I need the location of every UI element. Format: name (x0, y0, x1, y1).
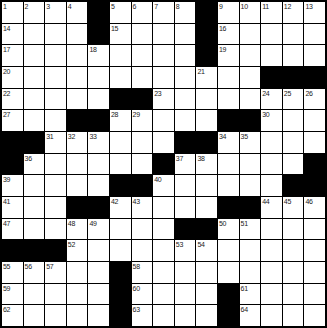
cell-r13c13[interactable] (261, 262, 282, 283)
cell-r4c7[interactable] (132, 67, 153, 88)
cell-r2c9[interactable] (175, 24, 196, 45)
clue-number-13: 13 (305, 2, 312, 11)
cell-r9c8[interactable]: 40 (153, 175, 174, 196)
cell-r15c12[interactable]: 64 (240, 305, 261, 326)
cell-r13c10[interactable] (196, 262, 217, 283)
cell-r14c9[interactable] (175, 284, 196, 305)
cell-r6c2[interactable] (24, 110, 45, 131)
black-square-r14c6 (110, 284, 131, 305)
black-square-r6c12 (240, 110, 261, 131)
cell-r5c12[interactable] (240, 89, 261, 110)
cell-r6c7[interactable]: 29 (132, 110, 153, 131)
cell-r1c7[interactable]: 6 (132, 2, 153, 23)
cell-r10c13[interactable]: 44 (261, 197, 282, 218)
cell-r5c14[interactable]: 25 (283, 89, 304, 110)
cell-r11c12[interactable]: 51 (240, 219, 261, 240)
cell-r15c2[interactable] (24, 305, 45, 326)
cell-r9c5[interactable] (88, 175, 109, 196)
clue-number-38: 38 (197, 154, 204, 163)
cell-r14c10[interactable] (196, 284, 217, 305)
clue-number-51: 51 (241, 219, 248, 228)
black-square-r7c2 (24, 132, 45, 153)
cell-r14c7[interactable]: 60 (132, 284, 153, 305)
cell-r2c4[interactable] (67, 24, 88, 45)
cell-r13c11[interactable] (218, 262, 239, 283)
cell-r7c3[interactable]: 31 (45, 132, 66, 153)
cell-r9c13[interactable] (261, 175, 282, 196)
cell-r15c14[interactable] (283, 305, 304, 326)
cell-r9c10[interactable] (196, 175, 217, 196)
cell-r9c11[interactable] (218, 175, 239, 196)
cell-r15c8[interactable] (153, 305, 174, 326)
clue-number-59: 59 (3, 284, 10, 293)
cell-r15c15[interactable] (304, 305, 325, 326)
cell-r5c1[interactable]: 22 (2, 89, 23, 110)
cell-r9c2[interactable] (24, 175, 45, 196)
cell-r3c9[interactable] (175, 45, 196, 66)
clue-number-62: 62 (3, 305, 10, 314)
clue-number-56: 56 (25, 262, 32, 271)
cell-r6c14[interactable] (283, 110, 304, 131)
clue-number-2: 2 (25, 2, 29, 11)
cell-r6c10[interactable] (196, 110, 217, 131)
cell-r14c5[interactable] (88, 284, 109, 305)
black-square-r7c9 (175, 132, 196, 153)
black-square-r1c5 (88, 2, 109, 23)
cell-r8c2[interactable]: 36 (24, 154, 45, 175)
clue-number-4: 4 (68, 2, 72, 11)
black-square-r14c11 (218, 284, 239, 305)
cell-r15c1[interactable]: 62 (2, 305, 23, 326)
clue-number-32: 32 (68, 132, 75, 141)
cell-r14c8[interactable] (153, 284, 174, 305)
clue-number-30: 30 (262, 110, 269, 119)
clue-number-44: 44 (262, 197, 269, 206)
cell-r13c7[interactable]: 58 (132, 262, 153, 283)
clue-number-36: 36 (25, 154, 32, 163)
cell-r15c10[interactable] (196, 305, 217, 326)
black-square-r2c5 (88, 24, 109, 45)
cell-r10c15[interactable]: 46 (304, 197, 325, 218)
cell-r1c8[interactable]: 7 (153, 2, 174, 23)
clue-number-29: 29 (133, 110, 140, 119)
cell-r8c5[interactable] (88, 154, 109, 175)
cell-r9c3[interactable] (45, 175, 66, 196)
cell-r5c2[interactable] (24, 89, 45, 110)
black-square-r4c13 (261, 67, 282, 88)
cell-r14c2[interactable] (24, 284, 45, 305)
cell-r8c7[interactable] (132, 154, 153, 175)
cell-r15c5[interactable] (88, 305, 109, 326)
cell-r8c13[interactable] (261, 154, 282, 175)
cell-r5c15[interactable]: 26 (304, 89, 325, 110)
cell-r4c4[interactable] (67, 67, 88, 88)
clue-number-9: 9 (219, 2, 223, 11)
cell-r12c6[interactable] (110, 240, 131, 261)
cell-r7c5[interactable]: 33 (88, 132, 109, 153)
clue-number-23: 23 (154, 89, 161, 98)
black-square-r2c10 (196, 24, 217, 45)
clue-number-31: 31 (46, 132, 53, 141)
clue-number-16: 16 (219, 24, 226, 33)
black-square-r9c14 (283, 175, 304, 196)
cell-r6c15[interactable] (304, 110, 325, 131)
cell-r5c3[interactable] (45, 89, 66, 110)
cell-r8c4[interactable] (67, 154, 88, 175)
cell-r11c6[interactable] (110, 219, 131, 240)
cell-r5c5[interactable] (88, 89, 109, 110)
clue-number-47: 47 (3, 219, 10, 228)
clue-number-24: 24 (262, 89, 269, 98)
cell-r3c3[interactable] (45, 45, 66, 66)
clue-number-21: 21 (197, 67, 204, 76)
clue-number-11: 11 (262, 2, 269, 11)
clue-number-49: 49 (89, 219, 96, 228)
cell-r2c2[interactable] (24, 24, 45, 45)
cell-r13c8[interactable] (153, 262, 174, 283)
clue-number-28: 28 (111, 110, 118, 119)
clue-number-60: 60 (133, 284, 140, 293)
cell-r7c14[interactable] (283, 132, 304, 153)
cell-r11c13[interactable] (261, 219, 282, 240)
cell-r14c14[interactable] (283, 284, 304, 305)
clue-number-3: 3 (46, 2, 50, 11)
black-square-r11c9 (175, 219, 196, 240)
cell-r13c4[interactable] (67, 262, 88, 283)
clue-number-7: 7 (154, 2, 158, 11)
clue-number-8: 8 (176, 2, 180, 11)
clue-number-18: 18 (89, 45, 96, 54)
black-square-r5c7 (132, 89, 153, 110)
black-square-r10c4 (67, 197, 88, 218)
cell-r3c11[interactable]: 19 (218, 45, 239, 66)
cell-r8c14[interactable] (283, 154, 304, 175)
clue-number-53: 53 (176, 240, 183, 249)
cell-r4c9[interactable] (175, 67, 196, 88)
clue-number-33: 33 (89, 132, 96, 141)
cell-r13c5[interactable] (88, 262, 109, 283)
cell-r3c15[interactable] (304, 45, 325, 66)
cell-r1c14[interactable]: 12 (283, 2, 304, 23)
black-square-r6c5 (88, 110, 109, 131)
clue-number-20: 20 (3, 67, 10, 76)
clue-number-48: 48 (68, 219, 75, 228)
black-square-r10c5 (88, 197, 109, 218)
cell-r10c8[interactable] (153, 197, 174, 218)
cell-r10c10[interactable] (196, 197, 217, 218)
cell-r11c15[interactable] (304, 219, 325, 240)
cell-r14c13[interactable] (261, 284, 282, 305)
cell-r8c11[interactable] (218, 154, 239, 175)
black-square-r9c6 (110, 175, 131, 196)
cell-r14c4[interactable] (67, 284, 88, 305)
cell-r5c10[interactable] (196, 89, 217, 110)
cell-r4c5[interactable] (88, 67, 109, 88)
black-square-r12c3 (45, 240, 66, 261)
cell-r13c3[interactable]: 57 (45, 262, 66, 283)
clue-number-46: 46 (305, 197, 312, 206)
cell-r13c14[interactable] (283, 262, 304, 283)
cell-r12c13[interactable] (261, 240, 282, 261)
cell-r2c12[interactable] (240, 24, 261, 45)
cell-r12c14[interactable] (283, 240, 304, 261)
cell-r7c8[interactable] (153, 132, 174, 153)
clue-number-50: 50 (219, 219, 226, 228)
cell-r14c12[interactable]: 61 (240, 284, 261, 305)
cell-r10c14[interactable]: 45 (283, 197, 304, 218)
cell-r5c9[interactable] (175, 89, 196, 110)
cell-r3c5[interactable]: 18 (88, 45, 109, 66)
cell-r11c4[interactable]: 48 (67, 219, 88, 240)
black-square-r10c12 (240, 197, 261, 218)
cell-r12c4[interactable]: 52 (67, 240, 88, 261)
cell-r1c6[interactable]: 5 (110, 2, 131, 23)
black-square-r7c10 (196, 132, 217, 153)
cell-r2c6[interactable]: 15 (110, 24, 131, 45)
cell-r7c6[interactable] (110, 132, 131, 153)
black-square-r8c8 (153, 154, 174, 175)
black-square-r4c15 (304, 67, 325, 88)
cell-r12c11[interactable] (218, 240, 239, 261)
cell-r14c1[interactable]: 59 (2, 284, 23, 305)
cell-r7c4[interactable]: 32 (67, 132, 88, 153)
clue-number-37: 37 (176, 154, 183, 163)
cell-r2c7[interactable] (132, 24, 153, 45)
black-square-r4c14 (283, 67, 304, 88)
cell-r7c13[interactable] (261, 132, 282, 153)
cell-r8c9[interactable]: 37 (175, 154, 196, 175)
clue-number-6: 6 (133, 2, 137, 11)
cell-r4c10[interactable]: 21 (196, 67, 217, 88)
cell-r9c12[interactable] (240, 175, 261, 196)
cell-r2c15[interactable] (304, 24, 325, 45)
cell-r8c10[interactable]: 38 (196, 154, 217, 175)
black-square-r7c1 (2, 132, 23, 153)
cell-r9c4[interactable] (67, 175, 88, 196)
cell-r14c3[interactable] (45, 284, 66, 305)
clue-number-25: 25 (284, 89, 291, 98)
cell-r14c15[interactable] (304, 284, 325, 305)
cell-r11c5[interactable]: 49 (88, 219, 109, 240)
clue-number-40: 40 (154, 175, 161, 184)
cell-r2c1[interactable]: 14 (2, 24, 23, 45)
cell-r13c2[interactable]: 56 (24, 262, 45, 283)
cell-r3c12[interactable] (240, 45, 261, 66)
cell-r5c11[interactable] (218, 89, 239, 110)
cell-r6c9[interactable] (175, 110, 196, 131)
clue-number-58: 58 (133, 262, 140, 271)
black-square-r9c7 (132, 175, 153, 196)
clue-number-52: 52 (68, 240, 75, 249)
clue-number-41: 41 (3, 197, 10, 206)
clue-number-34: 34 (219, 132, 226, 141)
cell-r1c12[interactable]: 10 (240, 2, 261, 23)
cell-r6c1[interactable]: 27 (2, 110, 23, 131)
black-square-r3c10 (196, 45, 217, 66)
cell-r13c15[interactable] (304, 262, 325, 283)
black-square-r6c11 (218, 110, 239, 131)
clue-number-35: 35 (241, 132, 248, 141)
black-square-r12c2 (24, 240, 45, 261)
cell-r1c9[interactable]: 8 (175, 2, 196, 23)
clue-number-57: 57 (46, 262, 53, 271)
cell-r11c14[interactable] (283, 219, 304, 240)
cell-r1c2[interactable]: 2 (24, 2, 45, 23)
clue-number-17: 17 (3, 45, 10, 54)
cell-r1c11[interactable]: 9 (218, 2, 239, 23)
black-square-r6c4 (67, 110, 88, 131)
cell-r12c15[interactable] (304, 240, 325, 261)
cell-r15c13[interactable] (261, 305, 282, 326)
clue-number-12: 12 (284, 2, 291, 11)
cell-r2c3[interactable] (45, 24, 66, 45)
cell-r10c7[interactable]: 43 (132, 197, 153, 218)
cell-r6c6[interactable]: 28 (110, 110, 131, 131)
black-square-r8c1 (2, 154, 23, 175)
black-square-r13c6 (110, 262, 131, 283)
cell-r3c1[interactable]: 17 (2, 45, 23, 66)
cell-r4c1[interactable]: 20 (2, 67, 23, 88)
cell-r10c6[interactable]: 42 (110, 197, 131, 218)
cell-r12c12[interactable] (240, 240, 261, 261)
cell-r12c7[interactable] (132, 240, 153, 261)
cell-r8c6[interactable] (110, 154, 131, 175)
cell-r5c8[interactable]: 23 (153, 89, 174, 110)
clue-number-61: 61 (241, 284, 248, 293)
black-square-r8c15 (304, 154, 325, 175)
cell-r5c4[interactable] (67, 89, 88, 110)
black-square-r9c15 (304, 175, 325, 196)
cell-r1c15[interactable]: 13 (304, 2, 325, 23)
cell-r5c13[interactable]: 24 (261, 89, 282, 110)
clue-number-27: 27 (3, 110, 10, 119)
cell-r9c9[interactable] (175, 175, 196, 196)
cell-r10c9[interactable] (175, 197, 196, 218)
cell-r7c11[interactable]: 34 (218, 132, 239, 153)
clue-number-43: 43 (133, 197, 140, 206)
cell-r13c1[interactable]: 55 (2, 262, 23, 283)
cell-r3c2[interactable] (24, 45, 45, 66)
cell-r3c13[interactable] (261, 45, 282, 66)
cell-r4c2[interactable] (24, 67, 45, 88)
cell-r10c1[interactable]: 41 (2, 197, 23, 218)
cell-r11c11[interactable]: 50 (218, 219, 239, 240)
clue-number-63: 63 (133, 305, 140, 314)
cell-r4c3[interactable] (45, 67, 66, 88)
clue-number-10: 10 (241, 2, 248, 11)
clue-number-22: 22 (3, 89, 10, 98)
cell-r8c12[interactable] (240, 154, 261, 175)
clue-number-54: 54 (197, 240, 204, 249)
black-square-r10c11 (218, 197, 239, 218)
cell-r3c7[interactable] (132, 45, 153, 66)
cell-r10c3[interactable] (45, 197, 66, 218)
black-square-r11c10 (196, 219, 217, 240)
black-square-r12c1 (2, 240, 23, 261)
cell-r13c12[interactable] (240, 262, 261, 283)
cell-r12c10[interactable]: 54 (196, 240, 217, 261)
cell-r15c9[interactable] (175, 305, 196, 326)
cell-r2c14[interactable] (283, 24, 304, 45)
cell-r6c3[interactable] (45, 110, 66, 131)
cell-r11c8[interactable] (153, 219, 174, 240)
cell-r7c15[interactable] (304, 132, 325, 153)
cell-r2c13[interactable] (261, 24, 282, 45)
cell-r10c2[interactable] (24, 197, 45, 218)
cell-r6c13[interactable]: 30 (261, 110, 282, 131)
clue-number-5: 5 (111, 2, 115, 11)
cell-r11c7[interactable] (132, 219, 153, 240)
clue-number-64: 64 (241, 305, 248, 314)
cell-r3c6[interactable] (110, 45, 131, 66)
black-square-r1c10 (196, 2, 217, 23)
cell-r1c4[interactable]: 4 (67, 2, 88, 23)
clue-number-42: 42 (111, 197, 118, 206)
cell-r15c7[interactable]: 63 (132, 305, 153, 326)
clue-number-19: 19 (219, 45, 226, 54)
cell-r13c9[interactable] (175, 262, 196, 283)
black-square-r15c11 (218, 305, 239, 326)
cell-r7c7[interactable] (132, 132, 153, 153)
cell-r7c12[interactable]: 35 (240, 132, 261, 153)
clue-number-55: 55 (3, 262, 10, 271)
clue-number-14: 14 (3, 24, 10, 33)
cell-r1c3[interactable]: 3 (45, 2, 66, 23)
cell-r4c12[interactable] (240, 67, 261, 88)
black-square-r15c6 (110, 305, 131, 326)
cell-r12c9[interactable]: 53 (175, 240, 196, 261)
cell-r4c6[interactable] (110, 67, 131, 88)
clue-number-15: 15 (111, 24, 118, 33)
cell-r9c1[interactable]: 39 (2, 175, 23, 196)
cell-r3c4[interactable] (67, 45, 88, 66)
black-square-r5c6 (110, 89, 131, 110)
cell-r15c3[interactable] (45, 305, 66, 326)
cell-r11c1[interactable]: 47 (2, 219, 23, 240)
cell-r12c5[interactable] (88, 240, 109, 261)
cell-r15c4[interactable] (67, 305, 88, 326)
cell-r3c8[interactable] (153, 45, 174, 66)
cell-r11c2[interactable] (24, 219, 45, 240)
cell-r12c8[interactable] (153, 240, 174, 261)
cell-r3c14[interactable] (283, 45, 304, 66)
clue-number-39: 39 (3, 175, 10, 184)
clue-number-26: 26 (305, 89, 312, 98)
cell-r2c8[interactable] (153, 24, 174, 45)
cell-r2c11[interactable]: 16 (218, 24, 239, 45)
crossword-grid: 1234567891011121314151617181920212223242… (0, 0, 327, 328)
cell-r4c11[interactable] (218, 67, 239, 88)
cell-r8c3[interactable] (45, 154, 66, 175)
clue-number-45: 45 (284, 197, 291, 206)
cell-r4c8[interactable] (153, 67, 174, 88)
cell-r6c8[interactable] (153, 110, 174, 131)
cell-r11c3[interactable] (45, 219, 66, 240)
clue-number-1: 1 (3, 2, 7, 11)
cell-r1c1[interactable]: 1 (2, 2, 23, 23)
cell-r1c13[interactable]: 11 (261, 2, 282, 23)
